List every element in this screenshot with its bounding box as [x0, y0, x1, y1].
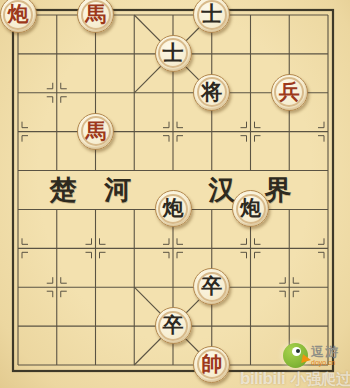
river-label-han: 汉	[209, 172, 236, 208]
doyo-watermark-text: 逗游 doyo.cn	[311, 345, 339, 366]
position-marker	[22, 122, 28, 128]
piece-red-general-f9[interactable]: 帥	[193, 346, 230, 383]
position-marker	[100, 238, 106, 244]
doyo-watermark: 逗游 doyo.cn	[283, 340, 347, 370]
position-marker	[163, 238, 169, 244]
position-marker	[47, 277, 53, 283]
position-marker	[86, 238, 92, 244]
position-marker	[47, 291, 53, 297]
position-marker	[47, 83, 53, 89]
piece-character: 士	[163, 43, 184, 64]
piece-black-cannon-e5[interactable]: 炮	[155, 190, 192, 227]
position-marker	[177, 252, 183, 258]
position-marker	[318, 252, 324, 258]
parrot-pupil	[296, 349, 300, 353]
piece-character: 将	[201, 82, 222, 103]
piece-character: 帥	[201, 354, 222, 375]
position-marker	[279, 291, 285, 297]
piece-character: 馬	[85, 4, 106, 25]
position-marker	[163, 122, 169, 128]
position-marker	[255, 252, 261, 258]
position-marker	[241, 252, 247, 258]
bilibili-caption: 小强爬过	[291, 370, 350, 388]
piece-red-horse-c3[interactable]: 馬	[77, 113, 114, 150]
position-marker	[293, 277, 299, 283]
doyo-brand-label: 逗游	[311, 345, 339, 358]
piece-black-soldier-e8[interactable]: 卒	[155, 307, 192, 344]
river-label-he: 河	[105, 172, 132, 208]
piece-red-soldier-h2[interactable]: 兵	[271, 74, 308, 111]
position-marker	[241, 122, 247, 128]
piece-character: 兵	[279, 82, 300, 103]
position-marker	[177, 136, 183, 142]
parrot-beak	[301, 354, 312, 365]
piece-character: 炮	[240, 198, 261, 219]
piece-character: 卒	[163, 315, 184, 336]
piece-character: 炮	[8, 4, 29, 25]
position-marker	[241, 136, 247, 142]
piece-black-general-f2[interactable]: 将	[193, 74, 230, 111]
piece-black-advisor-e1[interactable]: 士	[155, 35, 192, 72]
bilibili-logo-text: bilibili	[240, 369, 285, 388]
position-marker	[22, 252, 28, 258]
position-marker	[100, 252, 106, 258]
position-marker	[177, 122, 183, 128]
piece-character: 炮	[163, 198, 184, 219]
position-marker	[61, 97, 67, 103]
piece-character: 卒	[201, 276, 222, 297]
piece-character: 馬	[85, 121, 106, 142]
position-marker	[241, 238, 247, 244]
position-marker	[255, 136, 261, 142]
position-marker	[47, 97, 53, 103]
piece-character: 士	[201, 4, 222, 25]
position-marker	[163, 136, 169, 142]
position-marker	[279, 277, 285, 283]
doyo-parrot-icon	[283, 343, 308, 368]
doyo-domain-label: doyo.cn	[311, 359, 339, 366]
position-marker	[293, 291, 299, 297]
position-marker	[318, 122, 324, 128]
position-marker	[61, 83, 67, 89]
position-marker	[22, 136, 28, 142]
xiangqi-game-screen: 楚 河 汉 界 炮馬士士将兵馬炮炮卒卒帥 逗游 doyo.cn bilibili…	[0, 0, 350, 388]
river-label-chu: 楚	[50, 172, 77, 208]
position-marker	[177, 238, 183, 244]
bilibili-watermark: bilibili 小强爬过	[240, 369, 350, 388]
position-marker	[86, 252, 92, 258]
river-label-jie: 界	[265, 172, 292, 208]
position-marker	[61, 277, 67, 283]
position-marker	[318, 238, 324, 244]
position-marker	[22, 238, 28, 244]
position-marker	[61, 291, 67, 297]
piece-red-cannon-a0[interactable]: 炮	[0, 0, 37, 33]
position-marker	[255, 122, 261, 128]
position-marker	[318, 136, 324, 142]
position-marker	[255, 238, 261, 244]
position-marker	[163, 252, 169, 258]
